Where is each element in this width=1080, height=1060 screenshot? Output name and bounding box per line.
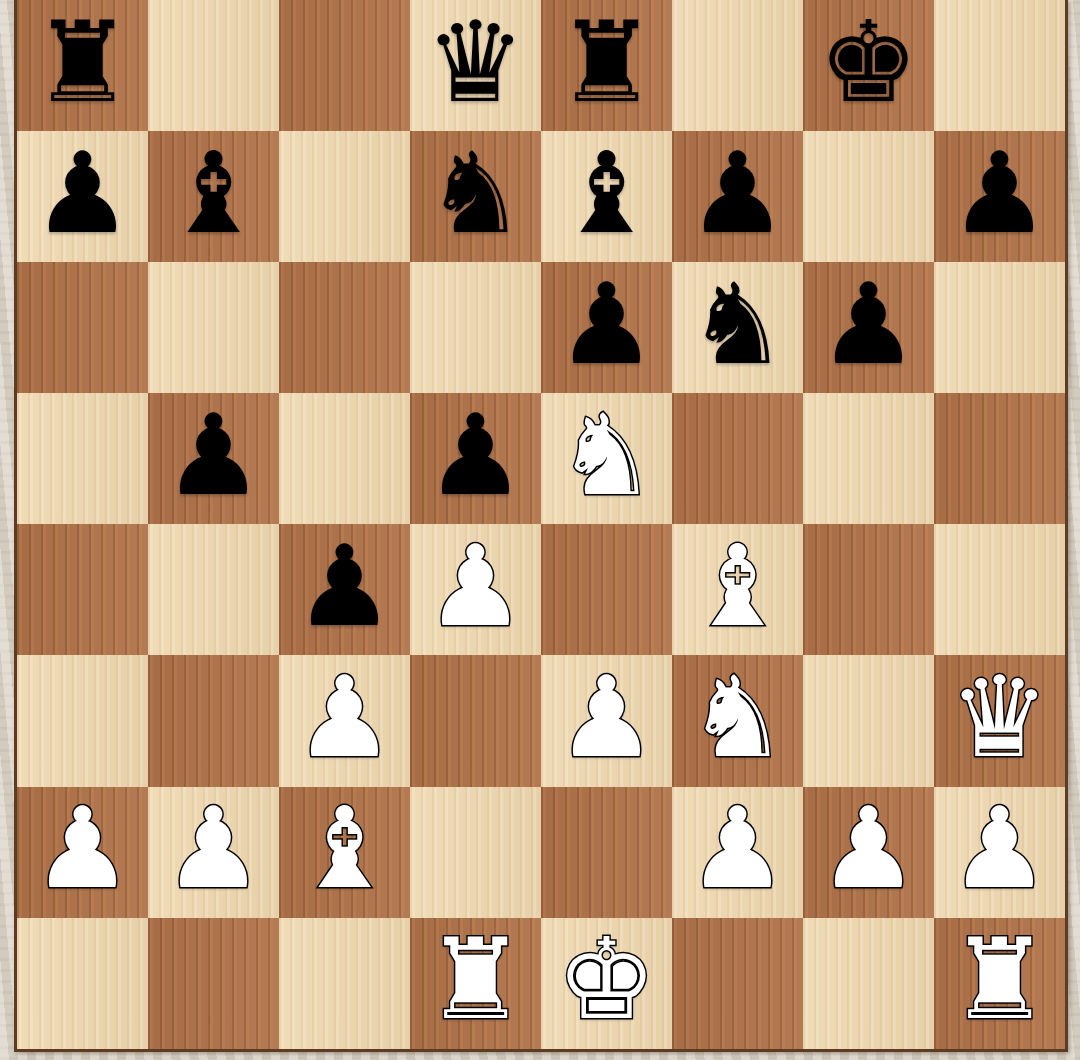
square-e2[interactable] (541, 787, 672, 918)
white-pawn[interactable]: ♟ (294, 661, 394, 773)
white-king[interactable]: ♚ (556, 923, 656, 1035)
square-d6[interactable] (410, 262, 541, 393)
black-pawn[interactable]: ♟ (163, 399, 263, 511)
square-h4[interactable] (934, 524, 1065, 655)
white-rook[interactable]: ♜ (425, 923, 525, 1035)
black-pawn[interactable]: ♟ (949, 137, 1049, 249)
square-h1[interactable]: ♜ (934, 918, 1065, 1049)
black-pawn[interactable]: ♟ (294, 530, 394, 642)
black-bishop[interactable]: ♝ (556, 137, 656, 249)
square-c4[interactable]: ♟ (279, 524, 410, 655)
square-f6[interactable]: ♞ (672, 262, 803, 393)
white-pawn[interactable]: ♟ (818, 792, 918, 904)
square-d5[interactable]: ♟ (410, 393, 541, 524)
square-d8[interactable]: ♛ (410, 0, 541, 131)
square-e7[interactable]: ♝ (541, 131, 672, 262)
square-g3[interactable] (803, 655, 934, 786)
white-pawn[interactable]: ♟ (425, 530, 525, 642)
square-d1[interactable]: ♜ (410, 918, 541, 1049)
square-f3[interactable]: ♞ (672, 655, 803, 786)
white-pawn[interactable]: ♟ (556, 661, 656, 773)
white-pawn[interactable]: ♟ (949, 792, 1049, 904)
square-b1[interactable] (148, 918, 279, 1049)
square-a8[interactable]: ♜ (17, 0, 148, 131)
square-h5[interactable] (934, 393, 1065, 524)
white-queen[interactable]: ♛ (949, 661, 1049, 773)
black-rook[interactable]: ♜ (556, 6, 656, 118)
white-pawn[interactable]: ♟ (32, 792, 132, 904)
black-knight[interactable]: ♞ (425, 137, 525, 249)
square-e1[interactable]: ♚ (541, 918, 672, 1049)
white-pawn[interactable]: ♟ (163, 792, 263, 904)
square-c2[interactable]: ♝ (279, 787, 410, 918)
square-d7[interactable]: ♞ (410, 131, 541, 262)
square-c5[interactable] (279, 393, 410, 524)
square-a1[interactable] (17, 918, 148, 1049)
square-f1[interactable] (672, 918, 803, 1049)
black-king[interactable]: ♚ (818, 6, 918, 118)
square-b3[interactable] (148, 655, 279, 786)
square-g8[interactable]: ♚ (803, 0, 934, 131)
square-c3[interactable]: ♟ (279, 655, 410, 786)
white-knight[interactable]: ♞ (687, 661, 787, 773)
black-rook[interactable]: ♜ (32, 6, 132, 118)
square-b2[interactable]: ♟ (148, 787, 279, 918)
square-f8[interactable] (672, 0, 803, 131)
square-g7[interactable] (803, 131, 934, 262)
square-e5[interactable]: ♞ (541, 393, 672, 524)
square-b5[interactable]: ♟ (148, 393, 279, 524)
black-queen[interactable]: ♛ (425, 6, 525, 118)
square-g1[interactable] (803, 918, 934, 1049)
square-b4[interactable] (148, 524, 279, 655)
square-c8[interactable] (279, 0, 410, 131)
square-a7[interactable]: ♟ (17, 131, 148, 262)
square-h7[interactable]: ♟ (934, 131, 1065, 262)
square-c7[interactable] (279, 131, 410, 262)
square-d3[interactable] (410, 655, 541, 786)
square-d4[interactable]: ♟ (410, 524, 541, 655)
square-e3[interactable]: ♟ (541, 655, 672, 786)
square-a5[interactable] (17, 393, 148, 524)
black-pawn[interactable]: ♟ (556, 268, 656, 380)
square-e4[interactable] (541, 524, 672, 655)
square-c1[interactable] (279, 918, 410, 1049)
square-e8[interactable]: ♜ (541, 0, 672, 131)
square-a2[interactable]: ♟ (17, 787, 148, 918)
square-a3[interactable] (17, 655, 148, 786)
square-h3[interactable]: ♛ (934, 655, 1065, 786)
black-pawn[interactable]: ♟ (32, 137, 132, 249)
white-knight[interactable]: ♞ (556, 399, 656, 511)
square-g5[interactable] (803, 393, 934, 524)
chess-board-frame: ♜♛♜♚♟♝♞♝♟♟♟♞♟♟♟♞♟♟♝♟♟♞♛♟♟♝♟♟♟♜♚♜ (14, 0, 1068, 1052)
square-c6[interactable] (279, 262, 410, 393)
square-h2[interactable]: ♟ (934, 787, 1065, 918)
square-a6[interactable] (17, 262, 148, 393)
square-a4[interactable] (17, 524, 148, 655)
black-pawn[interactable]: ♟ (687, 137, 787, 249)
square-h8[interactable] (934, 0, 1065, 131)
square-b8[interactable] (148, 0, 279, 131)
square-f5[interactable] (672, 393, 803, 524)
square-b7[interactable]: ♝ (148, 131, 279, 262)
square-d2[interactable] (410, 787, 541, 918)
square-f7[interactable]: ♟ (672, 131, 803, 262)
square-g2[interactable]: ♟ (803, 787, 934, 918)
white-bishop[interactable]: ♝ (294, 792, 394, 904)
square-g4[interactable] (803, 524, 934, 655)
black-bishop[interactable]: ♝ (163, 137, 263, 249)
square-f2[interactable]: ♟ (672, 787, 803, 918)
white-rook[interactable]: ♜ (949, 923, 1049, 1035)
square-b6[interactable] (148, 262, 279, 393)
white-pawn[interactable]: ♟ (687, 792, 787, 904)
black-pawn[interactable]: ♟ (425, 399, 525, 511)
square-g6[interactable]: ♟ (803, 262, 934, 393)
chess-board: ♜♛♜♚♟♝♞♝♟♟♟♞♟♟♟♞♟♟♝♟♟♞♛♟♟♝♟♟♟♜♚♜ (17, 0, 1065, 1049)
white-bishop[interactable]: ♝ (687, 530, 787, 642)
square-f4[interactable]: ♝ (672, 524, 803, 655)
black-knight[interactable]: ♞ (687, 268, 787, 380)
black-pawn[interactable]: ♟ (818, 268, 918, 380)
square-e6[interactable]: ♟ (541, 262, 672, 393)
square-h6[interactable] (934, 262, 1065, 393)
